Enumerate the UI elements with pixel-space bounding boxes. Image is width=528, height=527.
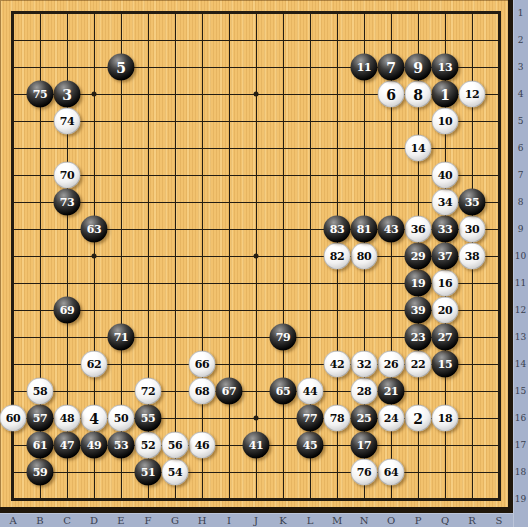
row-label-17: 17 <box>513 440 528 450</box>
stone-black-1: 1 <box>432 81 459 108</box>
stone-white-82: 82 <box>324 243 351 270</box>
column-label-B: B <box>36 514 43 527</box>
stone-black-77: 77 <box>297 405 324 432</box>
stone-white-64: 64 <box>378 459 405 486</box>
stone-white-56: 56 <box>162 432 189 459</box>
stone-white-62: 62 <box>81 351 108 378</box>
column-label-H: H <box>198 514 207 527</box>
stone-black-45: 45 <box>297 432 324 459</box>
stone-black-79: 79 <box>270 324 297 351</box>
stone-white-80: 80 <box>351 243 378 270</box>
stone-black-37: 37 <box>432 243 459 270</box>
row-label-14: 14 <box>513 359 528 369</box>
star-point <box>92 254 97 259</box>
row-label-9: 9 <box>513 224 528 234</box>
stone-black-47: 47 <box>54 432 81 459</box>
column-label-C: C <box>63 514 71 527</box>
stone-black-39: 39 <box>405 297 432 324</box>
stone-black-23: 23 <box>405 324 432 351</box>
stone-black-11: 11 <box>351 54 378 81</box>
stone-white-52: 52 <box>135 432 162 459</box>
column-label-J: J <box>254 514 258 527</box>
stone-black-25: 25 <box>351 405 378 432</box>
row-label-1: 1 <box>513 8 528 18</box>
stone-white-76: 76 <box>351 459 378 486</box>
row-label-7: 7 <box>513 170 528 180</box>
stone-white-26: 26 <box>378 351 405 378</box>
stone-white-30: 30 <box>459 216 486 243</box>
stone-white-16: 16 <box>432 270 459 297</box>
stone-white-70: 70 <box>54 162 81 189</box>
row-label-6: 6 <box>513 143 528 153</box>
row-label-16: 16 <box>513 413 528 423</box>
stone-white-10: 10 <box>432 108 459 135</box>
column-label-R: R <box>468 514 476 527</box>
row-label-11: 11 <box>513 278 528 288</box>
stone-white-66: 66 <box>189 351 216 378</box>
row-label-12: 12 <box>513 305 528 315</box>
stone-black-35: 35 <box>459 189 486 216</box>
stone-white-74: 74 <box>54 108 81 135</box>
stone-black-55: 55 <box>135 405 162 432</box>
stone-white-28: 28 <box>351 378 378 405</box>
stone-white-78: 78 <box>324 405 351 432</box>
stone-black-9: 9 <box>405 54 432 81</box>
column-label-S: S <box>496 514 503 527</box>
column-label-E: E <box>117 514 124 527</box>
column-label-G: G <box>171 514 179 527</box>
stone-white-34: 34 <box>432 189 459 216</box>
stone-black-13: 13 <box>432 54 459 81</box>
stone-black-29: 29 <box>405 243 432 270</box>
stone-white-36: 36 <box>405 216 432 243</box>
stone-white-54: 54 <box>162 459 189 486</box>
row-label-10: 10 <box>513 251 528 261</box>
stone-white-46: 46 <box>189 432 216 459</box>
stone-black-27: 27 <box>432 324 459 351</box>
stone-white-12: 12 <box>459 81 486 108</box>
stone-black-61: 61 <box>27 432 54 459</box>
stone-black-65: 65 <box>270 378 297 405</box>
stone-black-19: 19 <box>405 270 432 297</box>
stone-black-71: 71 <box>108 324 135 351</box>
row-label-3: 3 <box>513 62 528 72</box>
stone-black-15: 15 <box>432 351 459 378</box>
stone-white-48: 48 <box>54 405 81 432</box>
stone-black-49: 49 <box>81 432 108 459</box>
stone-white-72: 72 <box>135 378 162 405</box>
stone-black-69: 69 <box>54 297 81 324</box>
stone-white-6: 6 <box>378 81 405 108</box>
stone-white-14: 14 <box>405 135 432 162</box>
stone-black-63: 63 <box>81 216 108 243</box>
go-board[interactable]: 1234567891011121314151617181920212223242… <box>0 0 513 513</box>
column-label-O: O <box>387 514 395 527</box>
stone-white-60: 60 <box>0 405 27 432</box>
stone-white-42: 42 <box>324 351 351 378</box>
stone-black-21: 21 <box>378 378 405 405</box>
stone-black-53: 53 <box>108 432 135 459</box>
column-label-Q: Q <box>441 514 449 527</box>
column-label-K: K <box>279 514 286 527</box>
column-label-D: D <box>90 514 98 527</box>
stone-black-3: 3 <box>54 81 81 108</box>
stone-black-59: 59 <box>27 459 54 486</box>
stone-black-83: 83 <box>324 216 351 243</box>
stone-white-18: 18 <box>432 405 459 432</box>
stone-black-41: 41 <box>243 432 270 459</box>
star-point <box>254 416 259 421</box>
row-label-15: 15 <box>513 386 528 396</box>
row-label-18: 18 <box>513 467 528 477</box>
stone-black-57: 57 <box>27 405 54 432</box>
column-label-M: M <box>332 514 342 527</box>
stone-white-22: 22 <box>405 351 432 378</box>
stone-white-8: 8 <box>405 81 432 108</box>
stone-white-40: 40 <box>432 162 459 189</box>
stone-white-50: 50 <box>108 405 135 432</box>
row-label-5: 5 <box>513 116 528 126</box>
stone-white-32: 32 <box>351 351 378 378</box>
go-kifu-screen: 1234567891011121314151617181920212223242… <box>0 0 528 527</box>
stone-white-58: 58 <box>27 378 54 405</box>
star-point <box>254 254 259 259</box>
stone-black-81: 81 <box>351 216 378 243</box>
star-point <box>254 92 259 97</box>
stone-white-20: 20 <box>432 297 459 324</box>
column-label-P: P <box>415 514 422 527</box>
stone-white-38: 38 <box>459 243 486 270</box>
stone-black-51: 51 <box>135 459 162 486</box>
stone-black-75: 75 <box>27 81 54 108</box>
row-label-19: 19 <box>513 494 528 504</box>
column-label-F: F <box>145 514 152 527</box>
stone-black-33: 33 <box>432 216 459 243</box>
stone-black-67: 67 <box>216 378 243 405</box>
stone-black-43: 43 <box>378 216 405 243</box>
stone-white-24: 24 <box>378 405 405 432</box>
column-label-I: I <box>227 514 231 527</box>
stone-white-2: 2 <box>405 405 432 432</box>
stone-black-17: 17 <box>351 432 378 459</box>
stone-white-4: 4 <box>81 405 108 432</box>
row-label-8: 8 <box>513 197 528 207</box>
row-label-4: 4 <box>513 89 528 99</box>
star-point <box>92 92 97 97</box>
column-label-N: N <box>360 514 369 527</box>
stone-black-73: 73 <box>54 189 81 216</box>
column-label-L: L <box>307 514 314 527</box>
row-label-2: 2 <box>513 35 528 45</box>
stone-black-5: 5 <box>108 54 135 81</box>
stone-white-44: 44 <box>297 378 324 405</box>
stone-black-7: 7 <box>378 54 405 81</box>
row-label-13: 13 <box>513 332 528 342</box>
column-label-A: A <box>9 514 16 527</box>
stone-white-68: 68 <box>189 378 216 405</box>
